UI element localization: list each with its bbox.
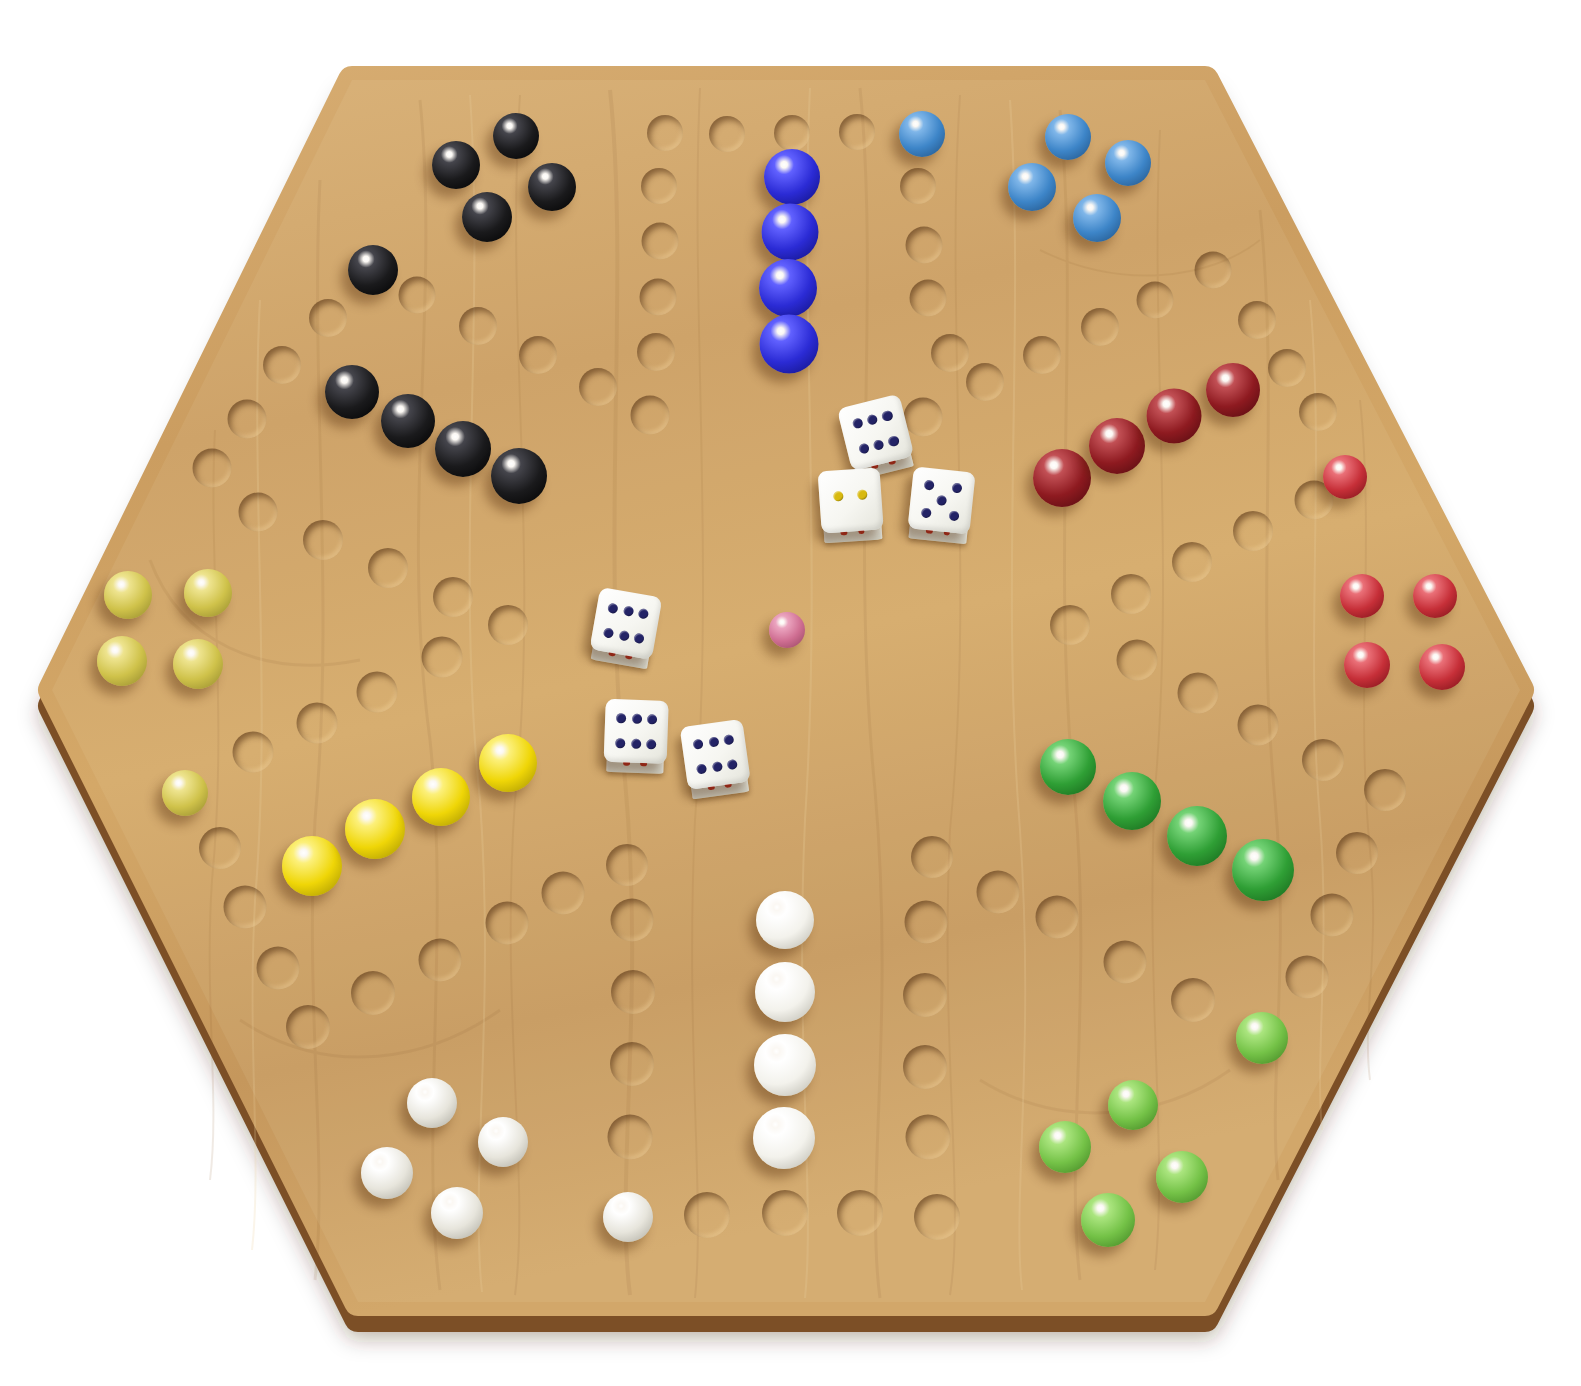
marble-yellowcat[interactable] [184,569,232,617]
board-hole[interactable] [1050,605,1090,645]
board-hole[interactable] [1178,673,1219,714]
marble-black[interactable] [462,192,512,242]
marble-black[interactable] [528,163,576,211]
board-hole[interactable] [297,703,338,744]
die-top-face [604,699,669,764]
marble-black[interactable] [381,394,435,448]
board-hole[interactable] [931,334,969,372]
marble-red[interactable] [1419,644,1465,690]
die-top-face [589,587,662,660]
marble-pink[interactable] [769,612,805,648]
board-hole[interactable] [224,886,267,929]
die-top-face [908,466,976,534]
die-pip [647,714,657,724]
die-pip [851,417,863,429]
board-hole[interactable] [637,333,675,371]
board-hole[interactable] [900,168,936,204]
board-hole[interactable] [904,398,943,437]
die-6[interactable] [680,719,753,801]
die-pip [858,442,870,454]
marble-lightgreen[interactable] [1081,1193,1135,1247]
marble-blue[interactable] [760,315,819,374]
marble-black[interactable] [432,141,480,189]
marble-yellowcat[interactable] [162,770,208,816]
board-hole[interactable] [1081,308,1119,346]
marble-green[interactable] [1167,806,1227,866]
aggravation-board-photo [0,0,1581,1386]
board-hole[interactable] [228,400,267,439]
board-hole[interactable] [1364,769,1406,811]
marble-black[interactable] [348,245,398,295]
marble-maroon[interactable] [1206,363,1260,417]
board-hole[interactable] [762,1190,808,1236]
die-pip [833,491,844,502]
board-hole[interactable] [684,1192,730,1238]
die-6[interactable] [588,587,663,671]
die-pip [646,739,656,749]
board-hole[interactable] [193,449,232,488]
board-hole[interactable] [911,836,953,878]
die-pip [618,630,630,642]
board-hole[interactable] [486,902,529,945]
board-hole[interactable] [611,899,654,942]
die-pip [637,608,649,620]
marble-yellow[interactable] [282,836,342,896]
marble-red[interactable] [1344,642,1390,688]
board-hole[interactable] [640,279,677,316]
marble-blue[interactable] [764,149,820,205]
board-hole[interactable] [239,493,278,532]
board-hole[interactable] [910,280,947,317]
board-hole[interactable] [233,732,274,773]
board-hole[interactable] [419,939,462,982]
die-pip [607,603,619,615]
marble-lightblue[interactable] [899,111,945,157]
board-hole[interactable] [642,223,679,260]
marble-lightblue[interactable] [1073,194,1121,242]
die-top-face [680,719,751,790]
die-pip [622,605,634,617]
board-hole[interactable] [257,947,300,990]
marble-white[interactable] [756,891,814,949]
die-pip [923,479,934,490]
board-hole[interactable] [1268,349,1306,387]
board-hole[interactable] [1299,393,1337,431]
marble-lightgreen[interactable] [1156,1151,1208,1203]
marble-red[interactable] [1340,574,1384,618]
board-hole[interactable] [1171,978,1215,1022]
die-5[interactable] [906,466,975,545]
board-hole[interactable] [199,827,241,869]
board-hole[interactable] [903,1045,947,1089]
board-hole[interactable] [303,520,343,560]
board-hole[interactable] [837,1190,883,1236]
board-hole[interactable] [1195,252,1232,289]
die-pip [708,736,719,747]
board-hole[interactable] [774,115,810,151]
die-pip [633,633,645,645]
board-hole[interactable] [1172,542,1212,582]
board-hole[interactable] [1238,301,1276,339]
board-hole[interactable] [422,637,463,678]
marble-pearl[interactable] [603,1192,653,1242]
board-hole[interactable] [1137,282,1174,319]
board-hole[interactable] [611,970,655,1014]
board-hole[interactable] [368,548,408,588]
board-hole[interactable] [1233,511,1273,551]
board-hole[interactable] [1286,956,1329,999]
marble-yellowcat[interactable] [104,571,152,619]
board-hole[interactable] [709,116,745,152]
marble-lightblue[interactable] [1105,140,1151,186]
board-hole[interactable] [1117,640,1158,681]
marble-lightblue[interactable] [1008,163,1056,211]
board-hole[interactable] [579,368,617,406]
board-hole[interactable] [399,277,436,314]
board-hole[interactable] [1311,894,1354,937]
marble-blue[interactable] [759,259,817,317]
die-pip [603,627,615,639]
board-hole[interactable] [286,1005,330,1049]
board-hole[interactable] [309,299,347,337]
marble-pearl[interactable] [478,1117,528,1167]
marble-lightgreen[interactable] [1039,1121,1091,1173]
marble-pearl[interactable] [407,1078,457,1128]
marble-yellow[interactable] [412,768,470,826]
marble-red[interactable] [1413,574,1457,618]
board-hole[interactable] [1336,832,1378,874]
board-hole[interactable] [1111,574,1151,614]
board-hole[interactable] [433,577,473,617]
board-hole[interactable] [1023,336,1061,374]
board-hole[interactable] [610,1042,654,1086]
die-pip [631,714,641,724]
board-hole[interactable] [906,227,943,264]
board-hole[interactable] [906,1115,951,1160]
die-pip [726,759,737,770]
board-hole[interactable] [488,605,528,645]
marble-lightblue[interactable] [1045,114,1091,160]
die-pip [881,410,893,422]
marble-blue[interactable] [762,204,819,261]
die-2[interactable] [818,467,885,544]
die-pip [616,713,626,723]
marble-black[interactable] [435,421,491,477]
board-hole[interactable] [459,307,497,345]
marble-yellowcat[interactable] [97,636,147,686]
die-pip [631,739,641,749]
die-6[interactable] [603,699,669,775]
marble-white[interactable] [753,1107,815,1169]
marble-pearl[interactable] [361,1147,413,1199]
marble-maroon[interactable] [1089,418,1145,474]
marble-lightgreen[interactable] [1236,1012,1288,1064]
die-pip [920,508,931,519]
die-pip [887,435,899,447]
marble-green[interactable] [1103,772,1161,830]
board-hole[interactable] [608,1115,653,1160]
board-hole[interactable] [1238,705,1279,746]
marble-lightgreen[interactable] [1108,1080,1158,1130]
board-hole[interactable] [903,973,947,1017]
die-pip [936,495,947,506]
marble-black[interactable] [493,113,539,159]
die-pip [872,439,884,451]
board-hole[interactable] [606,844,648,886]
marble-pearl[interactable] [431,1187,483,1239]
marble-maroon[interactable] [1147,389,1202,444]
die-pip [696,763,707,774]
board-hole[interactable] [905,901,948,944]
board-hole[interactable] [263,346,301,384]
die-pip [693,738,704,749]
marble-green[interactable] [1232,839,1294,901]
die-pip [711,761,722,772]
marble-black[interactable] [325,365,379,419]
marble-red[interactable] [1323,455,1367,499]
marble-green[interactable] [1040,739,1096,795]
board-hole[interactable] [1302,739,1344,781]
die-top-face [818,467,884,533]
board-hole[interactable] [914,1194,960,1240]
board-hole[interactable] [631,396,670,435]
board-hole[interactable] [977,871,1020,914]
board-hole[interactable] [641,168,677,204]
marble-yellowcat[interactable] [173,639,223,689]
board-hole[interactable] [351,971,395,1015]
board-hole[interactable] [966,363,1004,401]
board-hole[interactable] [839,114,875,150]
marble-black[interactable] [491,448,547,504]
die-pip [857,489,868,500]
die-pip [949,511,960,522]
board-hole[interactable] [542,872,585,915]
board-hole[interactable] [1104,941,1147,984]
marble-yellow[interactable] [479,734,537,792]
die-pip [952,482,963,493]
marble-white[interactable] [754,1034,816,1096]
marble-maroon[interactable] [1033,449,1091,507]
marble-white[interactable] [755,962,815,1022]
die-pip [615,738,625,748]
die-pip [866,414,878,426]
die-pip [723,734,734,745]
board-hole[interactable] [519,336,557,374]
board-hole[interactable] [357,672,398,713]
board-hole[interactable] [1036,896,1079,939]
marble-yellow[interactable] [345,799,405,859]
board-hole[interactable] [647,115,683,151]
